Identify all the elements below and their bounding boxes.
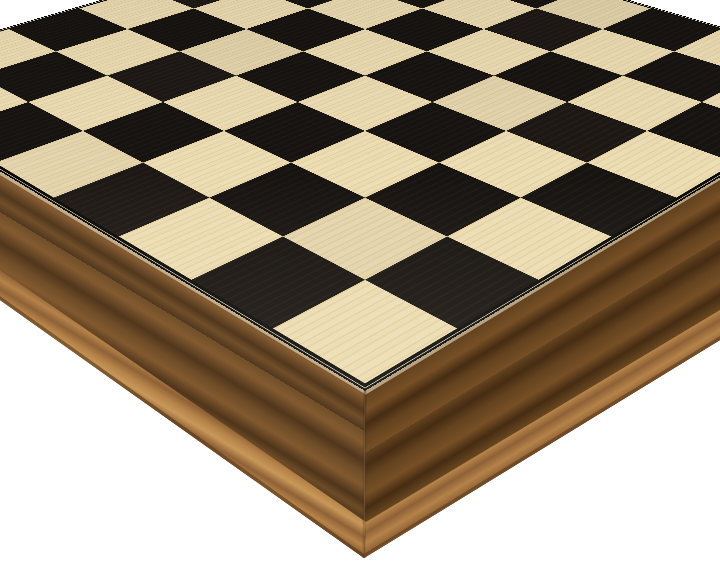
board-border-pinstripe	[0, 0, 720, 388]
board-grid	[0, 0, 720, 383]
board-border-outer-black	[0, 0, 720, 391]
product-photo	[0, 0, 720, 576]
board-border-inner-black	[0, 0, 720, 387]
board-top-surface	[0, 0, 720, 576]
chessboard	[0, 0, 720, 391]
